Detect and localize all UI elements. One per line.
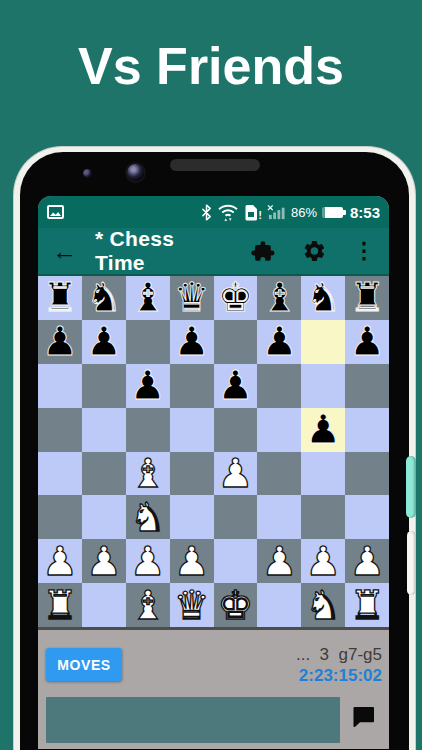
game-footer: MOVES ... 3 g7-g5 2:23:15:02 (38, 627, 389, 749)
square-b1[interactable] (82, 583, 126, 627)
square-d7[interactable]: ♟ (170, 320, 214, 364)
piece-white-rook: ♜ (349, 584, 385, 627)
square-b2[interactable]: ♟ (82, 539, 126, 583)
square-c1[interactable]: ♝ (126, 583, 170, 627)
square-e7[interactable] (214, 320, 258, 364)
status-time: 8:53 (350, 204, 380, 221)
piece-white-bishop: ♝ (130, 584, 166, 627)
piece-white-queen: ♛ (174, 584, 210, 627)
piece-white-pawn: ♟ (130, 540, 166, 583)
piece-black-bishop: ♝ (130, 276, 166, 319)
square-b4[interactable] (82, 452, 126, 496)
volume-button (407, 531, 416, 595)
square-g4[interactable] (301, 452, 345, 496)
square-d2[interactable]: ♟ (170, 539, 214, 583)
square-a7[interactable]: ♟ (38, 320, 82, 364)
square-e1[interactable]: ♚ (214, 583, 258, 627)
piece-white-king: ♚ (218, 584, 254, 627)
square-f8[interactable]: ♝ (257, 276, 301, 320)
square-f3[interactable] (257, 495, 301, 539)
no-signal-icon (267, 204, 286, 220)
piece-white-pawn: ♟ (42, 540, 78, 583)
piece-black-pawn: ♟ (305, 408, 341, 451)
square-e4[interactable]: ♟ (214, 452, 258, 496)
square-c7[interactable] (126, 320, 170, 364)
piece-white-pawn: ♟ (174, 540, 210, 583)
phone-bezel: ! 86% 8:53 ← * Chess Time (20, 152, 409, 750)
piece-black-pawn: ♟ (174, 320, 210, 363)
piece-white-pawn: ♟ (86, 540, 122, 583)
screenshot-image-icon (47, 205, 64, 219)
piece-white-pawn: ♟ (349, 540, 385, 583)
square-d1[interactable]: ♛ (170, 583, 214, 627)
square-e6[interactable]: ♟ (214, 364, 258, 408)
app-bar: ← * Chess Time ⋮ (38, 228, 389, 276)
phone-speaker (170, 159, 260, 171)
chess-board: ♜♞♝♛♚♝♞♜♟♟♟♟♟♟♟♟♝♟♞♟♟♟♟♟♟♟♜♝♛♚♞♜ (38, 276, 389, 627)
square-a2[interactable]: ♟ (38, 539, 82, 583)
piece-white-knight: ♞ (305, 584, 341, 627)
square-f1[interactable] (257, 583, 301, 627)
page-title: Vs Friends (0, 36, 422, 96)
square-b6[interactable] (82, 364, 126, 408)
piece-black-pawn: ♟ (86, 320, 122, 363)
bluetooth-icon (201, 204, 212, 221)
piece-white-rook: ♜ (42, 584, 78, 627)
square-h3[interactable] (345, 495, 389, 539)
square-g2[interactable]: ♟ (301, 539, 345, 583)
piece-white-pawn: ♟ (261, 540, 297, 583)
sim-alert-bang: ! (259, 210, 262, 228)
piece-black-pawn: ♟ (349, 320, 385, 363)
square-g6[interactable] (301, 364, 345, 408)
piece-black-knight: ♞ (305, 276, 341, 319)
square-h6[interactable] (345, 364, 389, 408)
square-a3[interactable] (38, 495, 82, 539)
piece-white-knight: ♞ (130, 496, 166, 539)
game-clock: 2:23:15:02 (296, 665, 382, 686)
sim-alert-icon (244, 204, 258, 221)
square-h5[interactable] (345, 408, 389, 452)
square-g7[interactable] (301, 320, 345, 364)
power-button (406, 456, 416, 518)
piece-black-rook: ♜ (42, 276, 78, 319)
square-d5[interactable] (170, 408, 214, 452)
moves-button[interactable]: MOVES (46, 648, 122, 681)
square-f4[interactable] (257, 452, 301, 496)
last-move-indicator: ... 3 g7-g5 (296, 644, 382, 665)
front-camera-icon (83, 169, 92, 178)
square-g1[interactable]: ♞ (301, 583, 345, 627)
square-h7[interactable]: ♟ (345, 320, 389, 364)
square-c4[interactable]: ♝ (126, 452, 170, 496)
square-h2[interactable]: ♟ (345, 539, 389, 583)
square-g5[interactable]: ♟ (301, 408, 345, 452)
chat-input[interactable] (46, 697, 340, 743)
square-d4[interactable] (170, 452, 214, 496)
piece-white-bishop: ♝ (130, 452, 166, 495)
piece-black-pawn: ♟ (130, 364, 166, 407)
square-d6[interactable] (170, 364, 214, 408)
piece-black-rook: ♜ (349, 276, 385, 319)
square-b5[interactable] (82, 408, 126, 452)
square-c6[interactable]: ♟ (126, 364, 170, 408)
piece-black-knight: ♞ (86, 276, 122, 319)
square-f2[interactable]: ♟ (257, 539, 301, 583)
piece-black-pawn: ♟ (42, 320, 78, 363)
square-b7[interactable]: ♟ (82, 320, 126, 364)
wifi-icon (217, 203, 239, 221)
settings-gear-icon[interactable] (302, 238, 327, 264)
square-c8[interactable]: ♝ (126, 276, 170, 320)
square-b3[interactable] (82, 495, 126, 539)
overflow-menu-icon[interactable]: ⋮ (353, 240, 375, 262)
piece-black-bishop: ♝ (261, 276, 297, 319)
piece-black-queen: ♛ (174, 276, 210, 319)
square-a4[interactable] (38, 452, 82, 496)
square-g8[interactable]: ♞ (301, 276, 345, 320)
battery-icon (322, 207, 343, 218)
square-h1[interactable]: ♜ (345, 583, 389, 627)
square-g3[interactable] (301, 495, 345, 539)
square-c5[interactable] (126, 408, 170, 452)
back-arrow-icon[interactable]: ← (52, 239, 77, 264)
front-camera-icon (127, 164, 144, 181)
piece-black-king: ♚ (218, 276, 254, 319)
puzzle-icon[interactable] (250, 238, 276, 265)
square-f7[interactable]: ♟ (257, 320, 301, 364)
square-a6[interactable] (38, 364, 82, 408)
square-f5[interactable] (257, 408, 301, 452)
battery-percent: 86% (291, 205, 317, 220)
square-e8[interactable]: ♚ (214, 276, 258, 320)
piece-black-pawn: ♟ (261, 320, 297, 363)
square-c3[interactable]: ♞ (126, 495, 170, 539)
square-b8[interactable]: ♞ (82, 276, 126, 320)
status-bar: ! 86% 8:53 (38, 196, 389, 228)
square-h4[interactable] (345, 452, 389, 496)
phone-screen: ! 86% 8:53 ← * Chess Time (38, 196, 389, 749)
piece-white-pawn: ♟ (218, 452, 254, 495)
piece-black-pawn: ♟ (218, 364, 254, 407)
square-d3[interactable] (170, 495, 214, 539)
square-f6[interactable] (257, 364, 301, 408)
square-a8[interactable]: ♜ (38, 276, 82, 320)
square-h8[interactable]: ♜ (345, 276, 389, 320)
square-d8[interactable]: ♛ (170, 276, 214, 320)
app-title: * Chess Time (95, 227, 224, 275)
phone-frame: ! 86% 8:53 ← * Chess Time (14, 147, 415, 750)
square-e2[interactable] (214, 539, 258, 583)
chat-bubble-icon[interactable] (352, 706, 375, 727)
piece-white-pawn: ♟ (305, 540, 341, 583)
square-e5[interactable] (214, 408, 258, 452)
square-a1[interactable]: ♜ (38, 583, 82, 627)
square-a5[interactable] (38, 408, 82, 452)
square-e3[interactable] (214, 495, 258, 539)
square-c2[interactable]: ♟ (126, 539, 170, 583)
